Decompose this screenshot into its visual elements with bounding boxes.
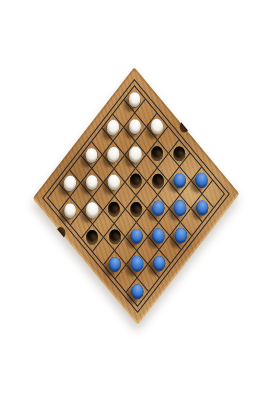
checkers-board — [33, 67, 240, 325]
finger-notch-top-edge — [178, 122, 188, 135]
finger-notch-bottom-edge — [57, 225, 67, 238]
photo-scene — [0, 0, 272, 408]
board-grid — [47, 85, 225, 307]
